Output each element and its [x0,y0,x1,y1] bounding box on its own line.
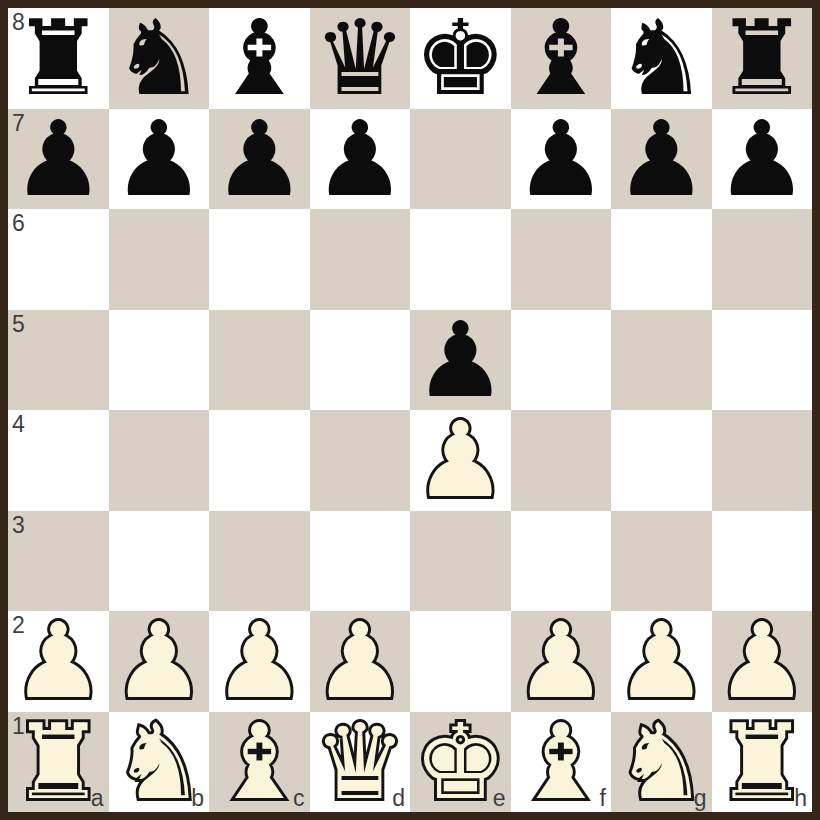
file-label-b: b [191,787,204,810]
piece-white-pawn[interactable]: ♟ [313,611,406,711]
piece-white-pawn[interactable]: ♟ [213,611,306,711]
square-f4[interactable] [511,410,612,511]
square-d4[interactable] [310,410,411,511]
piece-black-rook[interactable]: ♜ [715,8,808,108]
piece-white-pawn[interactable]: ♟ [112,611,205,711]
piece-black-pawn[interactable]: ♟ [514,109,607,209]
square-a2[interactable]: 2♟ [8,611,109,712]
file-label-g: g [694,787,707,810]
square-d1[interactable]: d♛ [310,712,411,813]
rank-label-4: 4 [12,413,25,436]
square-a1[interactable]: 1a♜ [8,712,109,813]
square-b5[interactable] [109,310,210,411]
square-f5[interactable] [511,310,612,411]
square-c4[interactable] [209,410,310,511]
piece-white-pawn[interactable]: ♟ [715,611,808,711]
square-f8[interactable]: ♝ [511,8,612,109]
square-g4[interactable] [611,410,712,511]
piece-white-pawn[interactable]: ♟ [12,611,105,711]
square-f6[interactable] [511,209,612,310]
file-label-a: a [91,787,104,810]
square-d7[interactable]: ♟ [310,109,411,210]
square-a8[interactable]: 8♜ [8,8,109,109]
piece-black-pawn[interactable]: ♟ [715,109,808,209]
square-h6[interactable] [712,209,813,310]
file-label-e: e [493,787,506,810]
square-h5[interactable] [712,310,813,411]
square-e5[interactable]: ♟ [410,310,511,411]
piece-black-bishop[interactable]: ♝ [213,8,306,108]
piece-black-pawn[interactable]: ♟ [615,109,708,209]
file-label-f: f [600,787,606,810]
piece-black-knight[interactable]: ♞ [615,8,708,108]
piece-white-pawn[interactable]: ♟ [514,611,607,711]
square-h1[interactable]: h♜ [712,712,813,813]
square-b1[interactable]: b♞ [109,712,210,813]
square-b8[interactable]: ♞ [109,8,210,109]
chess-board: 8♜♞♝♛♚♝♞♜7♟♟♟♟♟♟♟65♟4♟32♟♟♟♟♟♟♟1a♜b♞c♝d♛… [8,8,812,812]
square-h8[interactable]: ♜ [712,8,813,109]
square-e1[interactable]: e♚ [410,712,511,813]
square-a7[interactable]: 7♟ [8,109,109,210]
square-b6[interactable] [109,209,210,310]
square-e8[interactable]: ♚ [410,8,511,109]
square-h2[interactable]: ♟ [712,611,813,712]
square-b3[interactable] [109,511,210,612]
square-e3[interactable] [410,511,511,612]
square-a3[interactable]: 3 [8,511,109,612]
piece-white-bishop[interactable]: ♝ [213,712,306,812]
rank-label-8: 8 [12,11,25,34]
square-c3[interactable] [209,511,310,612]
file-label-h: h [794,787,807,810]
square-a4[interactable]: 4 [8,410,109,511]
square-g1[interactable]: g♞ [611,712,712,813]
square-c2[interactable]: ♟ [209,611,310,712]
square-e4[interactable]: ♟ [410,410,511,511]
square-c1[interactable]: c♝ [209,712,310,813]
piece-white-pawn[interactable]: ♟ [414,410,507,510]
square-g7[interactable]: ♟ [611,109,712,210]
square-c5[interactable] [209,310,310,411]
square-b4[interactable] [109,410,210,511]
square-d3[interactable] [310,511,411,612]
rank-label-3: 3 [12,514,25,537]
square-f3[interactable] [511,511,612,612]
square-d2[interactable]: ♟ [310,611,411,712]
piece-black-queen[interactable]: ♛ [313,8,406,108]
square-g5[interactable] [611,310,712,411]
square-e7[interactable] [410,109,511,210]
square-d6[interactable] [310,209,411,310]
piece-black-pawn[interactable]: ♟ [12,109,105,209]
rank-label-6: 6 [12,212,25,235]
rank-label-5: 5 [12,313,25,336]
board-frame: 8♜♞♝♛♚♝♞♜7♟♟♟♟♟♟♟65♟4♟32♟♟♟♟♟♟♟1a♜b♞c♝d♛… [0,0,820,820]
square-f1[interactable]: f♝ [511,712,612,813]
piece-black-rook[interactable]: ♜ [12,8,105,108]
square-a5[interactable]: 5 [8,310,109,411]
piece-black-knight[interactable]: ♞ [112,8,205,108]
piece-black-bishop[interactable]: ♝ [514,8,607,108]
rank-label-7: 7 [12,112,25,135]
rank-label-1: 1 [12,715,25,738]
square-d5[interactable] [310,310,411,411]
square-c6[interactable] [209,209,310,310]
file-label-c: c [293,787,305,810]
square-h4[interactable] [712,410,813,511]
square-g3[interactable] [611,511,712,612]
piece-black-pawn[interactable]: ♟ [414,310,507,410]
square-f7[interactable]: ♟ [511,109,612,210]
square-g2[interactable]: ♟ [611,611,712,712]
file-label-d: d [392,787,405,810]
square-h7[interactable]: ♟ [712,109,813,210]
square-c8[interactable]: ♝ [209,8,310,109]
square-e6[interactable] [410,209,511,310]
square-f2[interactable]: ♟ [511,611,612,712]
square-g6[interactable] [611,209,712,310]
piece-white-pawn[interactable]: ♟ [615,611,708,711]
square-h3[interactable] [712,511,813,612]
piece-black-pawn[interactable]: ♟ [313,109,406,209]
square-e2[interactable] [410,611,511,712]
piece-black-pawn[interactable]: ♟ [112,109,205,209]
square-g8[interactable]: ♞ [611,8,712,109]
piece-black-king[interactable]: ♚ [414,8,507,108]
rank-label-2: 2 [12,614,25,637]
piece-white-bishop[interactable]: ♝ [514,712,607,812]
square-b2[interactable]: ♟ [109,611,210,712]
square-c7[interactable]: ♟ [209,109,310,210]
square-b7[interactable]: ♟ [109,109,210,210]
square-d8[interactable]: ♛ [310,8,411,109]
piece-black-pawn[interactable]: ♟ [213,109,306,209]
square-a6[interactable]: 6 [8,209,109,310]
